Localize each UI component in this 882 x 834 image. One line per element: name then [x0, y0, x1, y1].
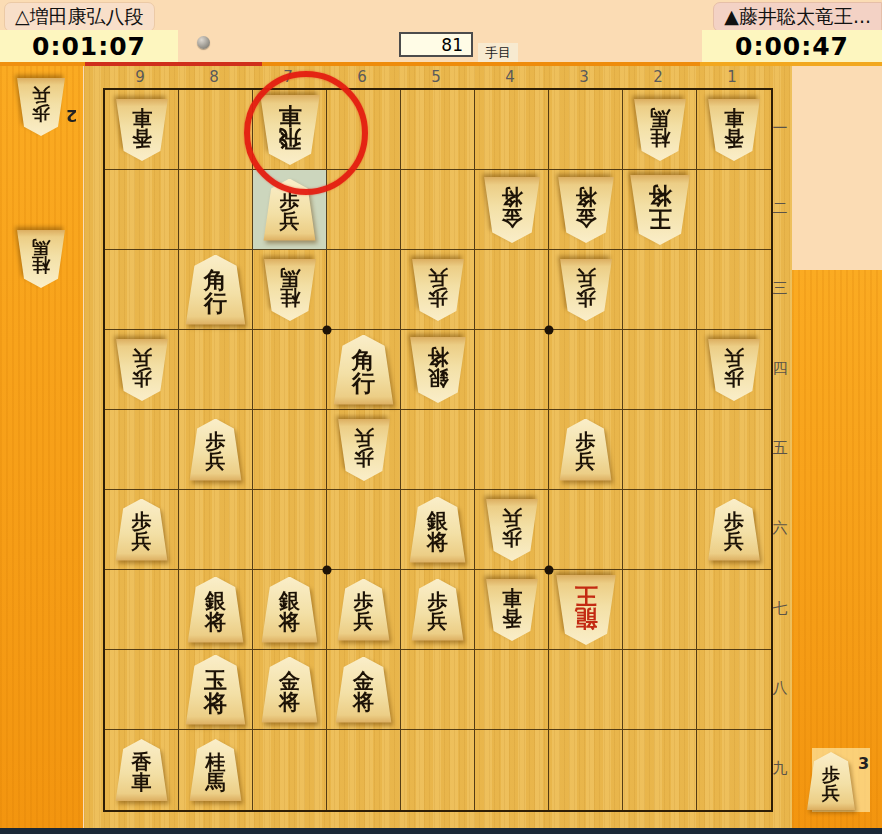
board-cell[interactable] [697, 170, 771, 250]
piece-face: 銀将 [409, 497, 467, 563]
shogi-piece-歩兵[interactable]: 歩兵 [16, 78, 66, 136]
column-label: 4 [473, 68, 547, 88]
shogi-piece-香車[interactable]: 香車 [115, 739, 169, 801]
piece-face: 銀将 [187, 577, 245, 643]
piece-face: 歩兵 [16, 78, 66, 136]
piece-face: 歩兵 [115, 339, 169, 401]
piece-face: 角行 [333, 335, 395, 405]
piece-face: 桂馬 [263, 259, 317, 321]
piece-face: 金将 [557, 177, 615, 243]
board-cell[interactable] [105, 570, 179, 650]
shogi-piece-銀将[interactable]: 銀将 [409, 497, 467, 563]
board-cell[interactable] [549, 490, 623, 570]
column-label: 8 [177, 68, 251, 88]
board-cell[interactable]: 銀将 [401, 330, 475, 410]
board-row-labels: 一二三四五六七八九 [770, 88, 790, 808]
board-cell[interactable]: 金将 [549, 170, 623, 250]
board-cell[interactable]: 桂馬 [253, 250, 327, 330]
board-cell[interactable]: 歩兵 [475, 490, 549, 570]
board-cell[interactable] [105, 250, 179, 330]
piece-face: 香車 [485, 579, 539, 641]
shogi-piece-歩兵[interactable]: 歩兵 [559, 259, 613, 321]
board-cell[interactable] [179, 90, 253, 170]
shogi-piece-歩兵[interactable]: 歩兵 [485, 499, 539, 561]
piece-face: 歩兵 [559, 419, 613, 481]
board-cell[interactable] [549, 330, 623, 410]
row-label: 九 [770, 728, 790, 808]
board-cell[interactable] [401, 650, 475, 730]
board-cell[interactable]: 歩兵 [179, 410, 253, 490]
row-label: 六 [770, 488, 790, 568]
shogi-piece-香車[interactable]: 香車 [485, 579, 539, 641]
piece-face: 香車 [115, 99, 169, 161]
board-cell[interactable] [697, 570, 771, 650]
board-cell[interactable]: 角行 [327, 330, 401, 410]
board-cell[interactable]: 歩兵 [697, 490, 771, 570]
sente-name: ▲藤井聡太竜王... [724, 4, 871, 30]
column-label: 2 [621, 68, 695, 88]
row-label: 四 [770, 328, 790, 408]
board-cell[interactable] [623, 730, 697, 810]
shogi-piece-銀将[interactable]: 銀将 [409, 337, 467, 403]
shogi-piece-金将[interactable]: 金将 [557, 177, 615, 243]
piece-face: 香車 [707, 99, 761, 161]
hoshi-dot [323, 566, 332, 575]
board-cell[interactable] [253, 730, 327, 810]
board-cell[interactable] [475, 250, 549, 330]
piece-face: 歩兵 [485, 499, 539, 561]
board-cell[interactable] [179, 170, 253, 250]
red-circle-annotation [244, 71, 368, 195]
board-cell[interactable] [623, 570, 697, 650]
board-cell[interactable] [475, 90, 549, 170]
turn-indicator-dot [197, 36, 210, 49]
hoshi-dot [323, 326, 332, 335]
board-cell[interactable]: 銀将 [179, 570, 253, 650]
piece-face: 銀将 [261, 577, 319, 643]
board-cell[interactable] [401, 730, 475, 810]
board-cell[interactable] [401, 90, 475, 170]
board-cell[interactable] [623, 650, 697, 730]
shogi-piece-歩兵[interactable]: 歩兵 [806, 752, 856, 810]
board-cell[interactable]: 銀将 [401, 490, 475, 570]
piece-face: 金将 [483, 177, 541, 243]
shogi-piece-歩兵[interactable]: 歩兵 [189, 419, 243, 481]
board-cell[interactable]: 歩兵 [549, 250, 623, 330]
board-cell[interactable] [401, 170, 475, 250]
shogi-piece-香車[interactable]: 香車 [707, 99, 761, 161]
board-cell[interactable] [475, 730, 549, 810]
gote-clock: 0:01:07 [0, 30, 178, 63]
piece-face: 龍王 [555, 575, 617, 645]
board-cell[interactable]: 歩兵 [697, 330, 771, 410]
board-cell[interactable]: 金将 [253, 650, 327, 730]
shogi-piece-桂馬[interactable]: 桂馬 [189, 739, 243, 801]
gote-captured-stand: 歩兵2桂馬 [0, 66, 83, 828]
shogi-piece-角行[interactable]: 角行 [333, 335, 395, 405]
hoshi-dot [545, 326, 554, 335]
piece-face: 歩兵 [189, 419, 243, 481]
gote-hand-count: 2 [66, 106, 77, 125]
piece-face: 歩兵 [707, 499, 761, 561]
piece-face: 歩兵 [806, 752, 856, 810]
column-label: 5 [399, 68, 473, 88]
board-cell[interactable]: 歩兵 [401, 250, 475, 330]
board-cell[interactable] [697, 250, 771, 330]
board-cell[interactable] [475, 650, 549, 730]
piece-face: 歩兵 [411, 259, 465, 321]
shogi-piece-桂馬[interactable]: 桂馬 [16, 230, 66, 288]
row-label: 三 [770, 248, 790, 328]
shogi-piece-歩兵[interactable]: 歩兵 [115, 499, 169, 561]
board-cell[interactable]: 銀将 [253, 570, 327, 650]
board-cell[interactable]: 玉将 [179, 650, 253, 730]
board-cell[interactable] [549, 730, 623, 810]
sente-hand-count: 3 [858, 754, 869, 773]
piece-face: 桂馬 [16, 230, 66, 288]
piece-face: 歩兵 [115, 499, 169, 561]
sente-name-plate: ▲藤井聡太竜王... [713, 2, 882, 32]
shogi-piece-角行[interactable]: 角行 [185, 255, 247, 325]
board-cell[interactable] [179, 490, 253, 570]
sente-clock: 0:00:47 [702, 30, 882, 63]
piece-face: 香車 [115, 739, 169, 801]
gote-name: △増田康弘八段 [15, 4, 144, 30]
shogi-piece-王将[interactable]: 王将 [629, 175, 691, 245]
board-cell[interactable]: 歩兵 [105, 490, 179, 570]
shogi-piece-歩兵[interactable]: 歩兵 [707, 339, 761, 401]
piece-face: 桂馬 [633, 99, 687, 161]
board-cell[interactable]: 金将 [475, 170, 549, 250]
gote-name-plate: △増田康弘八段 [4, 2, 155, 32]
board-cell[interactable] [623, 250, 697, 330]
board-cell[interactable]: 歩兵 [549, 410, 623, 490]
piece-face: 歩兵 [707, 339, 761, 401]
move-number-label: 手目 [478, 43, 518, 63]
board-cell[interactable]: 香車 [475, 570, 549, 650]
board-column-labels: 987654321 [103, 68, 769, 88]
bottom-border-strip [0, 828, 882, 834]
column-label: 9 [103, 68, 177, 88]
board-cell[interactable] [105, 170, 179, 250]
board-cell[interactable]: 王将 [623, 170, 697, 250]
board-cell[interactable]: 角行 [179, 250, 253, 330]
shogi-piece-歩兵[interactable]: 歩兵 [707, 499, 761, 561]
board-cell[interactable] [253, 330, 327, 410]
shogi-piece-玉将[interactable]: 玉将 [185, 655, 247, 725]
shogi-piece-桂馬[interactable]: 桂馬 [633, 99, 687, 161]
shogi-piece-歩兵[interactable]: 歩兵 [115, 339, 169, 401]
board-cell[interactable]: 歩兵 [401, 570, 475, 650]
board-cell[interactable]: 歩兵 [327, 570, 401, 650]
shogi-piece-歩兵[interactable]: 歩兵 [337, 579, 391, 641]
hoshi-dot [545, 566, 554, 575]
board-cell[interactable] [697, 730, 771, 810]
board-cell[interactable] [623, 490, 697, 570]
shogi-piece-金将[interactable]: 金将 [335, 657, 393, 723]
board-cell[interactable] [475, 330, 549, 410]
board-cell[interactable] [623, 330, 697, 410]
shogi-piece-歩兵[interactable]: 歩兵 [559, 419, 613, 481]
board-cell[interactable] [105, 410, 179, 490]
board-cell[interactable]: 桂馬 [179, 730, 253, 810]
piece-face: 歩兵 [411, 579, 465, 641]
piece-face: 角行 [185, 255, 247, 325]
piece-face: 玉将 [185, 655, 247, 725]
shogi-piece-歩兵[interactable]: 歩兵 [411, 579, 465, 641]
board-cell[interactable]: 龍王 [549, 570, 623, 650]
shogi-piece-歩兵[interactable]: 歩兵 [411, 259, 465, 321]
sente-captured-stand: 歩兵3 [792, 270, 882, 830]
board-cell[interactable]: 歩兵 [105, 330, 179, 410]
board-cell[interactable]: 香車 [697, 90, 771, 170]
piece-face: 金将 [261, 657, 319, 723]
board-cell[interactable] [253, 490, 327, 570]
shogi-piece-桂馬[interactable]: 桂馬 [263, 259, 317, 321]
piece-face: 桂馬 [189, 739, 243, 801]
row-label: 二 [770, 168, 790, 248]
shogi-piece-香車[interactable]: 香車 [115, 99, 169, 161]
board-cell[interactable]: 歩兵 [327, 410, 401, 490]
board-cell[interactable] [327, 250, 401, 330]
shogi-piece-歩兵[interactable]: 歩兵 [337, 419, 391, 481]
shogi-piece-銀将[interactable]: 銀将 [187, 577, 245, 643]
board-cell[interactable]: 香車 [105, 90, 179, 170]
board-cell[interactable] [549, 90, 623, 170]
board-cell[interactable] [549, 650, 623, 730]
column-label: 3 [547, 68, 621, 88]
board-cell[interactable]: 金将 [327, 650, 401, 730]
row-label: 五 [770, 408, 790, 488]
board-cell[interactable]: 桂馬 [623, 90, 697, 170]
board-cell[interactable] [623, 410, 697, 490]
column-label: 1 [695, 68, 769, 88]
piece-face: 歩兵 [337, 419, 391, 481]
board-cell[interactable] [327, 730, 401, 810]
board-cell[interactable] [475, 410, 549, 490]
board-cell[interactable]: 香車 [105, 730, 179, 810]
piece-face: 歩兵 [559, 259, 613, 321]
board-cell[interactable] [401, 410, 475, 490]
board-cell[interactable] [253, 410, 327, 490]
board-grid: 香車飛車桂馬香車歩兵金将金将王将角行桂馬歩兵歩兵歩兵角行銀将歩兵歩兵歩兵歩兵歩兵… [103, 88, 773, 812]
board-cell[interactable] [105, 650, 179, 730]
board-cell[interactable] [697, 650, 771, 730]
piece-face: 王将 [629, 175, 691, 245]
piece-face: 歩兵 [337, 579, 391, 641]
board-cell[interactable] [327, 490, 401, 570]
row-label: 一 [770, 88, 790, 168]
piece-face: 金将 [335, 657, 393, 723]
move-number-input[interactable]: 81 [399, 32, 473, 57]
piece-face: 銀将 [409, 337, 467, 403]
shogi-piece-金将[interactable]: 金将 [483, 177, 541, 243]
row-label: 八 [770, 648, 790, 728]
shogi-piece-銀将[interactable]: 銀将 [261, 577, 319, 643]
board-cell[interactable] [179, 330, 253, 410]
shogi-piece-金将[interactable]: 金将 [261, 657, 319, 723]
board-cell[interactable] [697, 410, 771, 490]
shogi-piece-龍王[interactable]: 龍王 [555, 575, 617, 645]
row-label: 七 [770, 568, 790, 648]
